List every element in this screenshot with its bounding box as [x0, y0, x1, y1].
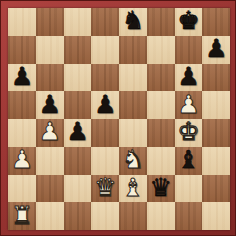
piece-white-pawn-a3[interactable]: ♟ — [11, 147, 33, 173]
square-b5[interactable]: ♟ — [36, 91, 64, 119]
square-b6[interactable] — [36, 64, 64, 92]
square-c3[interactable] — [64, 147, 92, 175]
square-c4[interactable]: ♟ — [64, 119, 92, 147]
square-c2[interactable] — [64, 175, 92, 203]
square-h6[interactable] — [202, 64, 230, 92]
square-g5[interactable]: ♟ — [175, 91, 203, 119]
square-c8[interactable] — [64, 8, 92, 36]
square-e3[interactable]: ♞ — [119, 147, 147, 175]
piece-black-knight-e8[interactable]: ♞ — [122, 8, 144, 34]
square-a4[interactable] — [8, 119, 36, 147]
square-h5[interactable] — [202, 91, 230, 119]
square-d5[interactable]: ♟ — [91, 91, 119, 119]
square-f8[interactable] — [147, 8, 175, 36]
square-b8[interactable] — [36, 8, 64, 36]
square-d2[interactable]: ♛ — [91, 175, 119, 203]
square-d4[interactable] — [91, 119, 119, 147]
square-e5[interactable] — [119, 91, 147, 119]
square-a7[interactable] — [8, 36, 36, 64]
piece-black-queen-f2[interactable]: ♛ — [149, 175, 171, 201]
square-d1[interactable] — [91, 202, 119, 230]
square-e8[interactable]: ♞ — [119, 8, 147, 36]
square-g1[interactable] — [175, 202, 203, 230]
square-d6[interactable] — [91, 64, 119, 92]
board-frame: ♞♚♟♟♟♟♟♟♟♟♚♟♞♝♛♝♛♜ — [0, 0, 236, 236]
square-b3[interactable] — [36, 147, 64, 175]
square-g4[interactable]: ♚ — [175, 119, 203, 147]
square-a3[interactable]: ♟ — [8, 147, 36, 175]
square-e1[interactable] — [119, 202, 147, 230]
piece-white-knight-e3[interactable]: ♞ — [122, 147, 144, 173]
square-f1[interactable] — [147, 202, 175, 230]
piece-black-pawn-g6[interactable]: ♟ — [177, 64, 199, 90]
square-d7[interactable] — [91, 36, 119, 64]
square-c5[interactable] — [64, 91, 92, 119]
square-d3[interactable] — [91, 147, 119, 175]
square-b2[interactable] — [36, 175, 64, 203]
square-a5[interactable] — [8, 91, 36, 119]
square-f7[interactable] — [147, 36, 175, 64]
square-b1[interactable] — [36, 202, 64, 230]
piece-white-queen-d2[interactable]: ♛ — [94, 175, 116, 201]
square-a1[interactable]: ♜ — [8, 202, 36, 230]
square-c1[interactable] — [64, 202, 92, 230]
square-h4[interactable] — [202, 119, 230, 147]
chess-board: ♞♚♟♟♟♟♟♟♟♟♚♟♞♝♛♝♛♜ — [8, 8, 230, 230]
square-a2[interactable] — [8, 175, 36, 203]
square-b4[interactable]: ♟ — [36, 119, 64, 147]
square-c6[interactable] — [64, 64, 92, 92]
piece-black-bishop-g3[interactable]: ♝ — [177, 147, 199, 173]
square-g2[interactable] — [175, 175, 203, 203]
square-h2[interactable] — [202, 175, 230, 203]
square-f3[interactable] — [147, 147, 175, 175]
square-f5[interactable] — [147, 91, 175, 119]
square-b7[interactable] — [36, 36, 64, 64]
piece-black-pawn-h7[interactable]: ♟ — [205, 36, 227, 62]
piece-black-pawn-b5[interactable]: ♟ — [38, 91, 60, 117]
square-d8[interactable] — [91, 8, 119, 36]
square-f6[interactable] — [147, 64, 175, 92]
square-g3[interactable]: ♝ — [175, 147, 203, 175]
square-e2[interactable]: ♝ — [119, 175, 147, 203]
square-g6[interactable]: ♟ — [175, 64, 203, 92]
square-h1[interactable] — [202, 202, 230, 230]
piece-white-rook-a1[interactable]: ♜ — [11, 202, 33, 228]
square-f2[interactable]: ♛ — [147, 175, 175, 203]
square-g8[interactable]: ♚ — [175, 8, 203, 36]
piece-black-king-g8[interactable]: ♚ — [177, 8, 199, 34]
piece-black-pawn-a6[interactable]: ♟ — [11, 64, 33, 90]
piece-white-bishop-e2[interactable]: ♝ — [122, 175, 144, 201]
square-h3[interactable] — [202, 147, 230, 175]
piece-white-pawn-b4[interactable]: ♟ — [38, 119, 60, 145]
square-e4[interactable] — [119, 119, 147, 147]
square-e7[interactable] — [119, 36, 147, 64]
piece-black-pawn-d5[interactable]: ♟ — [94, 91, 116, 117]
piece-white-king-g4[interactable]: ♚ — [177, 119, 199, 145]
square-f4[interactable] — [147, 119, 175, 147]
square-a6[interactable]: ♟ — [8, 64, 36, 92]
square-a8[interactable] — [8, 8, 36, 36]
square-g7[interactable] — [175, 36, 203, 64]
square-e6[interactable] — [119, 64, 147, 92]
square-h7[interactable]: ♟ — [202, 36, 230, 64]
piece-black-pawn-c4[interactable]: ♟ — [66, 119, 88, 145]
piece-white-pawn-g5[interactable]: ♟ — [177, 91, 199, 117]
square-c7[interactable] — [64, 36, 92, 64]
square-h8[interactable] — [202, 8, 230, 36]
